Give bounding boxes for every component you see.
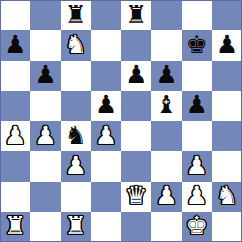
black-king-icon[interactable]: ♚ [185,32,207,57]
white-knight-icon[interactable]: ♞ [64,32,86,57]
square-e8[interactable]: ♜ [121,0,151,30]
square-g2[interactable]: ♟ [182,182,212,212]
square-c5[interactable] [61,91,91,121]
square-h3[interactable] [212,151,242,181]
square-d8[interactable] [91,0,121,30]
square-b4[interactable]: ♟ [30,121,60,151]
square-h1[interactable] [212,212,242,242]
square-d5[interactable]: ♟ [91,91,121,121]
black-pawn-icon[interactable]: ♟ [95,92,117,117]
square-b1[interactable] [30,212,60,242]
square-d7[interactable] [91,30,121,60]
black-pawn-icon[interactable]: ♟ [34,62,56,87]
square-g6[interactable] [182,61,212,91]
white-pawn-icon[interactable]: ♟ [34,123,56,148]
square-g5[interactable]: ♟ [182,91,212,121]
square-a5[interactable] [0,91,30,121]
square-h6[interactable] [212,61,242,91]
square-e2[interactable]: ♛ [121,182,151,212]
square-d6[interactable] [91,61,121,91]
white-rook-icon[interactable]: ♜ [64,213,86,238]
black-rook-icon[interactable]: ♜ [125,2,147,27]
square-f4[interactable] [151,121,181,151]
square-b7[interactable] [30,30,60,60]
black-pawn-icon[interactable]: ♟ [125,62,147,87]
square-g3[interactable]: ♟ [182,151,212,181]
square-a7[interactable]: ♟ [0,30,30,60]
square-h2[interactable]: ♞ [212,182,242,212]
square-e1[interactable] [121,212,151,242]
square-e3[interactable] [121,151,151,181]
square-c1[interactable]: ♜ [61,212,91,242]
square-f6[interactable]: ♟ [151,61,181,91]
square-f1[interactable] [151,212,181,242]
square-c8[interactable]: ♜ [61,0,91,30]
white-queen-icon[interactable]: ♛ [125,183,147,208]
black-pawn-icon[interactable]: ♟ [216,32,238,57]
square-b2[interactable] [30,182,60,212]
white-rook-icon[interactable]: ♜ [4,213,26,238]
square-h5[interactable] [212,91,242,121]
square-e5[interactable] [121,91,151,121]
white-pawn-icon[interactable]: ♟ [95,123,117,148]
black-bishop-icon[interactable]: ♝ [155,92,177,117]
square-b6[interactable]: ♟ [30,61,60,91]
square-a3[interactable] [0,151,30,181]
square-a8[interactable] [0,0,30,30]
black-pawn-icon[interactable]: ♟ [4,32,26,57]
square-f3[interactable] [151,151,181,181]
square-g8[interactable] [182,0,212,30]
black-rook-icon[interactable]: ♜ [64,2,86,27]
white-king-icon[interactable]: ♚ [185,213,207,238]
square-d4[interactable]: ♟ [91,121,121,151]
square-c3[interactable]: ♟ [61,151,91,181]
square-e4[interactable] [121,121,151,151]
chess-board: ♜♜♟♞♚♟♟♟♟♟♝♟♟♟♞♟♟♟♛♟♟♞♜♜♚ [0,0,242,242]
square-b3[interactable] [30,151,60,181]
square-h7[interactable]: ♟ [212,30,242,60]
white-knight-icon[interactable]: ♞ [216,183,238,208]
square-a4[interactable]: ♟ [0,121,30,151]
square-b5[interactable] [30,91,60,121]
square-d1[interactable] [91,212,121,242]
square-f5[interactable]: ♝ [151,91,181,121]
white-pawn-icon[interactable]: ♟ [64,153,86,178]
white-pawn-icon[interactable]: ♟ [185,183,207,208]
square-c4[interactable]: ♞ [61,121,91,151]
board-grid: ♜♜♟♞♚♟♟♟♟♟♝♟♟♟♞♟♟♟♛♟♟♞♜♜♚ [0,0,242,242]
white-pawn-icon[interactable]: ♟ [155,183,177,208]
square-a2[interactable] [0,182,30,212]
square-g7[interactable]: ♚ [182,30,212,60]
square-g1[interactable]: ♚ [182,212,212,242]
square-e6[interactable]: ♟ [121,61,151,91]
square-c2[interactable] [61,182,91,212]
square-a1[interactable]: ♜ [0,212,30,242]
square-f7[interactable] [151,30,181,60]
square-a6[interactable] [0,61,30,91]
square-h8[interactable] [212,0,242,30]
square-d2[interactable] [91,182,121,212]
square-b8[interactable] [30,0,60,30]
white-pawn-icon[interactable]: ♟ [185,153,207,178]
white-pawn-icon[interactable]: ♟ [4,123,26,148]
square-c6[interactable] [61,61,91,91]
square-g4[interactable] [182,121,212,151]
square-e7[interactable] [121,30,151,60]
black-pawn-icon[interactable]: ♟ [185,92,207,117]
square-h4[interactable] [212,121,242,151]
square-f8[interactable] [151,0,181,30]
black-pawn-icon[interactable]: ♟ [155,62,177,87]
square-d3[interactable] [91,151,121,181]
black-knight-icon[interactable]: ♞ [64,123,86,148]
square-f2[interactable]: ♟ [151,182,181,212]
square-c7[interactable]: ♞ [61,30,91,60]
